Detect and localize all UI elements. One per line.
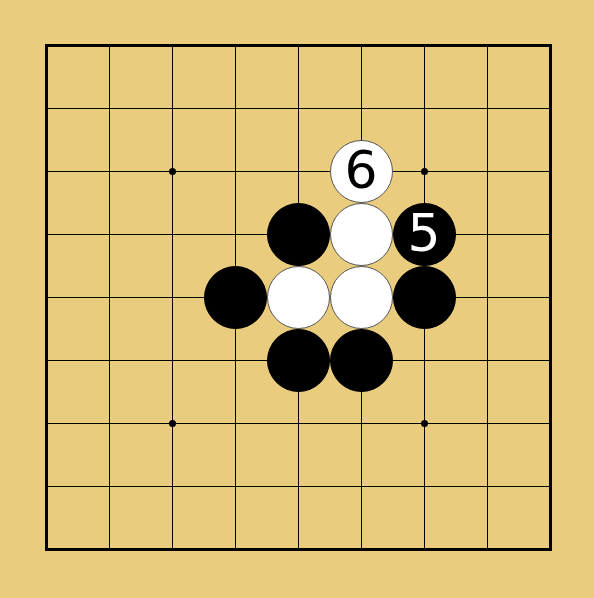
grid-line-vertical xyxy=(109,77,110,140)
intersection-C2 xyxy=(141,455,204,518)
intersection-H5 xyxy=(456,266,519,329)
star-point xyxy=(169,420,176,427)
grid-line-vertical xyxy=(109,44,110,77)
intersection-C5 xyxy=(141,266,204,329)
intersection-G2 xyxy=(393,455,456,518)
grid-line-vertical xyxy=(549,392,552,455)
intersection-E4 xyxy=(267,329,330,392)
intersection-A8 xyxy=(15,77,78,140)
intersection-D2 xyxy=(204,455,267,518)
grid-line-horizontal xyxy=(519,486,552,487)
intersection-A5 xyxy=(15,266,78,329)
black-stone-E6 xyxy=(267,203,330,266)
intersection-J3 xyxy=(519,392,582,455)
grid-line-horizontal xyxy=(45,44,78,47)
grid-line-vertical xyxy=(298,455,299,518)
grid-line-vertical xyxy=(172,266,173,329)
grid-line-vertical xyxy=(487,518,488,551)
intersection-G1 xyxy=(393,518,456,581)
intersection-C1 xyxy=(141,518,204,581)
grid-line-vertical xyxy=(109,203,110,266)
grid-line-vertical xyxy=(549,140,552,203)
grid-line-vertical xyxy=(298,44,299,77)
grid-line-vertical xyxy=(235,44,236,77)
intersection-E5 xyxy=(267,266,330,329)
intersection-F8 xyxy=(330,77,393,140)
intersection-E8 xyxy=(267,77,330,140)
intersection-G3 xyxy=(393,392,456,455)
grid-line-vertical xyxy=(361,455,362,518)
intersection-C9 xyxy=(141,14,204,77)
grid-line-vertical xyxy=(487,44,488,77)
grid-line-vertical xyxy=(172,455,173,518)
intersection-D3 xyxy=(204,392,267,455)
grid-line-vertical xyxy=(235,518,236,551)
grid-line-vertical xyxy=(235,392,236,455)
grid-line-vertical xyxy=(45,266,48,329)
grid-line-vertical xyxy=(172,77,173,140)
intersection-F5 xyxy=(330,266,393,329)
intersection-F1 xyxy=(330,518,393,581)
intersection-B2 xyxy=(78,455,141,518)
grid-line-vertical xyxy=(45,329,48,392)
grid-line-vertical xyxy=(109,518,110,551)
intersection-B5 xyxy=(78,266,141,329)
grid-line-vertical xyxy=(172,44,173,77)
grid-line-vertical xyxy=(298,77,299,140)
intersection-E6 xyxy=(267,203,330,266)
grid-line-horizontal xyxy=(45,486,78,487)
intersection-H4 xyxy=(456,329,519,392)
grid-line-vertical xyxy=(109,266,110,329)
go-board: 65 xyxy=(15,14,582,581)
grid-line-vertical xyxy=(487,329,488,392)
grid-line-horizontal xyxy=(519,171,552,172)
intersection-B6 xyxy=(78,203,141,266)
intersection-E3 xyxy=(267,392,330,455)
grid-line-horizontal xyxy=(519,360,552,361)
star-point xyxy=(421,420,428,427)
intersection-B1 xyxy=(78,518,141,581)
grid-line-vertical xyxy=(487,455,488,518)
intersection-J2 xyxy=(519,455,582,518)
intersection-C7 xyxy=(141,140,204,203)
intersection-D8 xyxy=(204,77,267,140)
intersection-H3 xyxy=(456,392,519,455)
intersection-E1 xyxy=(267,518,330,581)
intersection-G6: 5 xyxy=(393,203,456,266)
intersection-D4 xyxy=(204,329,267,392)
intersection-G5 xyxy=(393,266,456,329)
grid-line-vertical xyxy=(45,203,48,266)
grid-line-vertical xyxy=(487,392,488,455)
move-number-label: 5 xyxy=(407,207,440,259)
grid-line-vertical xyxy=(424,329,425,392)
black-stone-G5 xyxy=(393,266,456,329)
grid-line-vertical xyxy=(235,140,236,203)
grid-line-vertical xyxy=(45,77,48,140)
intersection-A4 xyxy=(15,329,78,392)
intersection-A2 xyxy=(15,455,78,518)
grid-line-vertical xyxy=(235,455,236,518)
black-stone-E4 xyxy=(267,329,330,392)
intersection-B9 xyxy=(78,14,141,77)
intersection-B4 xyxy=(78,329,141,392)
move-number-label: 6 xyxy=(344,144,377,196)
intersection-C4 xyxy=(141,329,204,392)
grid-line-horizontal xyxy=(45,423,78,424)
grid-line-vertical xyxy=(45,455,48,518)
intersection-G8 xyxy=(393,77,456,140)
intersection-H7 xyxy=(456,140,519,203)
intersection-A1 xyxy=(15,518,78,581)
grid-line-horizontal xyxy=(519,44,552,47)
grid-line-vertical xyxy=(487,203,488,266)
grid-line-vertical xyxy=(424,44,425,77)
intersection-D9 xyxy=(204,14,267,77)
black-stone-G6: 5 xyxy=(393,203,456,266)
intersection-D5 xyxy=(204,266,267,329)
star-point xyxy=(421,168,428,175)
intersection-D7 xyxy=(204,140,267,203)
intersection-F6 xyxy=(330,203,393,266)
grid-line-vertical xyxy=(424,77,425,140)
grid-line-vertical xyxy=(549,266,552,329)
grid-line-vertical xyxy=(487,140,488,203)
grid-line-vertical xyxy=(361,518,362,551)
grid-line-horizontal xyxy=(519,548,552,551)
grid-line-vertical xyxy=(549,518,552,551)
grid-line-vertical xyxy=(549,455,552,518)
white-stone-E5 xyxy=(267,266,330,329)
intersection-E2 xyxy=(267,455,330,518)
grid-line-vertical xyxy=(109,329,110,392)
grid-line-horizontal xyxy=(45,360,78,361)
intersection-H2 xyxy=(456,455,519,518)
grid-line-vertical xyxy=(172,329,173,392)
intersection-G4 xyxy=(393,329,456,392)
intersection-F4 xyxy=(330,329,393,392)
grid-line-vertical xyxy=(487,266,488,329)
intersection-J1 xyxy=(519,518,582,581)
intersection-J6 xyxy=(519,203,582,266)
intersection-B7 xyxy=(78,140,141,203)
intersection-D6 xyxy=(204,203,267,266)
intersection-G7 xyxy=(393,140,456,203)
grid-line-vertical xyxy=(109,392,110,455)
grid-line-horizontal xyxy=(45,171,78,172)
grid-line-vertical xyxy=(361,44,362,77)
intersection-F7: 6 xyxy=(330,140,393,203)
grid-line-vertical xyxy=(424,518,425,551)
white-stone-F6 xyxy=(330,203,393,266)
grid-line-vertical xyxy=(235,203,236,266)
intersection-J4 xyxy=(519,329,582,392)
grid-line-horizontal xyxy=(45,234,78,235)
grid-line-vertical xyxy=(235,329,236,392)
intersection-F2 xyxy=(330,455,393,518)
white-stone-F7: 6 xyxy=(330,140,393,203)
grid-line-vertical xyxy=(361,392,362,455)
grid-line-vertical xyxy=(549,44,552,77)
intersection-E7 xyxy=(267,140,330,203)
grid-line-vertical xyxy=(298,140,299,203)
intersection-J8 xyxy=(519,77,582,140)
intersection-G9 xyxy=(393,14,456,77)
grid-line-vertical xyxy=(45,518,48,551)
grid-line-vertical xyxy=(45,140,48,203)
grid-line-vertical xyxy=(45,44,48,77)
grid-line-horizontal xyxy=(519,108,552,109)
black-stone-F4 xyxy=(330,329,393,392)
intersection-B8 xyxy=(78,77,141,140)
intersection-H1 xyxy=(456,518,519,581)
intersection-H8 xyxy=(456,77,519,140)
intersection-A6 xyxy=(15,203,78,266)
grid-line-horizontal xyxy=(45,108,78,109)
intersection-H9 xyxy=(456,14,519,77)
grid-line-vertical xyxy=(172,518,173,551)
grid-line-vertical xyxy=(549,203,552,266)
grid-line-vertical xyxy=(424,455,425,518)
intersection-A7 xyxy=(15,140,78,203)
go-diagram: 65 xyxy=(0,0,594,598)
intersection-D1 xyxy=(204,518,267,581)
grid-line-horizontal xyxy=(45,548,78,551)
grid-line-vertical xyxy=(549,329,552,392)
intersection-C8 xyxy=(141,77,204,140)
white-stone-F5 xyxy=(330,266,393,329)
intersection-C6 xyxy=(141,203,204,266)
grid-line-horizontal xyxy=(519,297,552,298)
intersection-H6 xyxy=(456,203,519,266)
intersection-A3 xyxy=(15,392,78,455)
grid-line-horizontal xyxy=(519,423,552,424)
intersection-F3 xyxy=(330,392,393,455)
intersection-J7 xyxy=(519,140,582,203)
grid-line-vertical xyxy=(172,203,173,266)
intersection-E9 xyxy=(267,14,330,77)
intersection-C3 xyxy=(141,392,204,455)
star-point xyxy=(169,168,176,175)
grid-line-vertical xyxy=(235,77,236,140)
intersection-J9 xyxy=(519,14,582,77)
intersection-A9 xyxy=(15,14,78,77)
grid-line-vertical xyxy=(298,518,299,551)
grid-line-vertical xyxy=(361,77,362,140)
intersection-B3 xyxy=(78,392,141,455)
intersection-J5 xyxy=(519,266,582,329)
grid-line-vertical xyxy=(487,77,488,140)
grid-line-horizontal xyxy=(45,297,78,298)
grid-line-vertical xyxy=(109,140,110,203)
grid-line-vertical xyxy=(549,77,552,140)
grid-line-horizontal xyxy=(519,234,552,235)
black-stone-D5 xyxy=(204,266,267,329)
grid-line-vertical xyxy=(109,455,110,518)
grid-line-vertical xyxy=(298,392,299,455)
intersection-F9 xyxy=(330,14,393,77)
grid-line-vertical xyxy=(45,392,48,455)
